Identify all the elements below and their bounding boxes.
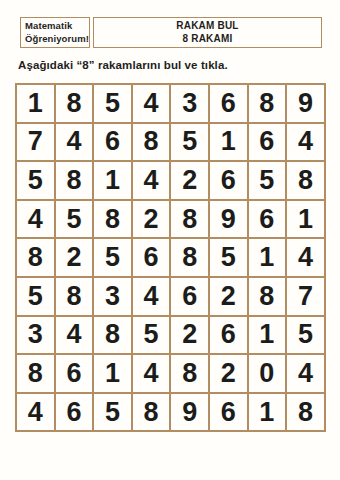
grid-cell[interactable]: 6 <box>209 84 248 123</box>
grid-cell[interactable]: 4 <box>16 393 55 432</box>
grid-cell[interactable]: 4 <box>55 316 94 355</box>
grid-cell[interactable]: 7 <box>286 277 325 316</box>
grid-cell[interactable]: 8 <box>16 238 55 277</box>
grid-cell[interactable]: 4 <box>132 84 171 123</box>
grid-cell[interactable]: 3 <box>93 277 132 316</box>
grid-cell[interactable]: 1 <box>209 123 248 162</box>
title-box: RAKAM BUL 8 RAKAMI <box>93 17 322 48</box>
grid-cell[interactable]: 8 <box>93 316 132 355</box>
brand-line2: Öğreniyorum! <box>25 33 85 46</box>
grid-cell[interactable]: 4 <box>286 354 325 393</box>
grid-cell[interactable]: 6 <box>209 316 248 355</box>
grid-cell[interactable]: 5 <box>132 316 171 355</box>
grid-cell[interactable]: 9 <box>170 393 209 432</box>
grid-cell[interactable]: 6 <box>132 238 171 277</box>
grid-cell[interactable]: 5 <box>93 238 132 277</box>
puzzle-subtitle: 8 RAKAMI <box>94 33 321 46</box>
grid-cell[interactable]: 4 <box>286 238 325 277</box>
grid-cell[interactable]: 8 <box>132 393 171 432</box>
grid-cell[interactable]: 8 <box>170 238 209 277</box>
grid-cell[interactable]: 5 <box>93 393 132 432</box>
grid-cell[interactable]: 8 <box>132 123 171 162</box>
grid-cell[interactable]: 8 <box>55 84 94 123</box>
grid-cell[interactable]: 2 <box>170 161 209 200</box>
grid-cell[interactable]: 1 <box>286 200 325 239</box>
grid-cell[interactable]: 5 <box>248 161 287 200</box>
grid-cell[interactable]: 2 <box>209 354 248 393</box>
grid-cell[interactable]: 5 <box>286 316 325 355</box>
grid-cell[interactable]: 6 <box>55 354 94 393</box>
grid-cell[interactable]: 4 <box>132 277 171 316</box>
grid-cell[interactable]: 5 <box>93 84 132 123</box>
grid-cell[interactable]: 2 <box>132 200 171 239</box>
grid-cell[interactable]: 2 <box>170 316 209 355</box>
grid-cell[interactable]: 8 <box>55 161 94 200</box>
puzzle-title: RAKAM BUL <box>94 20 321 33</box>
grid-cell[interactable]: 3 <box>16 316 55 355</box>
grid-cell[interactable]: 0 <box>248 354 287 393</box>
grid-cell[interactable]: 6 <box>170 277 209 316</box>
instruction-text: Aşağıdaki “8” rakamlarını bul ve tıkla. <box>18 59 228 71</box>
grid-cell[interactable]: 3 <box>170 84 209 123</box>
grid-cell[interactable]: 8 <box>286 393 325 432</box>
grid-cell[interactable]: 8 <box>55 277 94 316</box>
grid-cell[interactable]: 1 <box>16 84 55 123</box>
grid-cell[interactable]: 4 <box>132 161 171 200</box>
grid-cell[interactable]: 4 <box>286 123 325 162</box>
grid-cell[interactable]: 9 <box>286 84 325 123</box>
grid-cell[interactable]: 5 <box>16 277 55 316</box>
grid-cell[interactable]: 8 <box>170 354 209 393</box>
grid-cell[interactable]: 6 <box>55 393 94 432</box>
grid-cell[interactable]: 1 <box>248 316 287 355</box>
grid-cell[interactable]: 6 <box>93 123 132 162</box>
grid-cell[interactable]: 8 <box>170 200 209 239</box>
grid-cell[interactable]: 8 <box>248 84 287 123</box>
grid-cell[interactable]: 2 <box>209 277 248 316</box>
grid-cell[interactable]: 1 <box>248 393 287 432</box>
grid-cell[interactable]: 1 <box>93 161 132 200</box>
digit-grid: 1854368974685164581426584582896182568514… <box>15 83 326 432</box>
grid-cell[interactable]: 8 <box>93 200 132 239</box>
grid-cell[interactable]: 6 <box>209 161 248 200</box>
grid-cell[interactable]: 6 <box>248 200 287 239</box>
grid-cell[interactable]: 4 <box>16 200 55 239</box>
grid-cell[interactable]: 5 <box>209 238 248 277</box>
grid-cell[interactable]: 6 <box>209 393 248 432</box>
grid-cell[interactable]: 2 <box>55 238 94 277</box>
worksheet-header: Matematik Öğreniyorum! RAKAM BUL 8 RAKAM… <box>20 17 322 48</box>
grid-cell[interactable]: 9 <box>209 200 248 239</box>
grid-cell[interactable]: 8 <box>286 161 325 200</box>
grid-cell[interactable]: 4 <box>55 123 94 162</box>
grid-cell[interactable]: 1 <box>93 354 132 393</box>
grid-cell[interactable]: 6 <box>248 123 287 162</box>
brand-line1: Matematik <box>25 20 85 33</box>
grid-cell[interactable]: 5 <box>55 200 94 239</box>
grid-cell[interactable]: 8 <box>16 354 55 393</box>
grid-cell[interactable]: 8 <box>248 277 287 316</box>
grid-cell[interactable]: 7 <box>16 123 55 162</box>
grid-cell[interactable]: 1 <box>248 238 287 277</box>
brand-box: Matematik Öğreniyorum! <box>20 17 90 48</box>
grid-cell[interactable]: 5 <box>170 123 209 162</box>
grid-cell[interactable]: 5 <box>16 161 55 200</box>
grid-cell[interactable]: 4 <box>132 354 171 393</box>
